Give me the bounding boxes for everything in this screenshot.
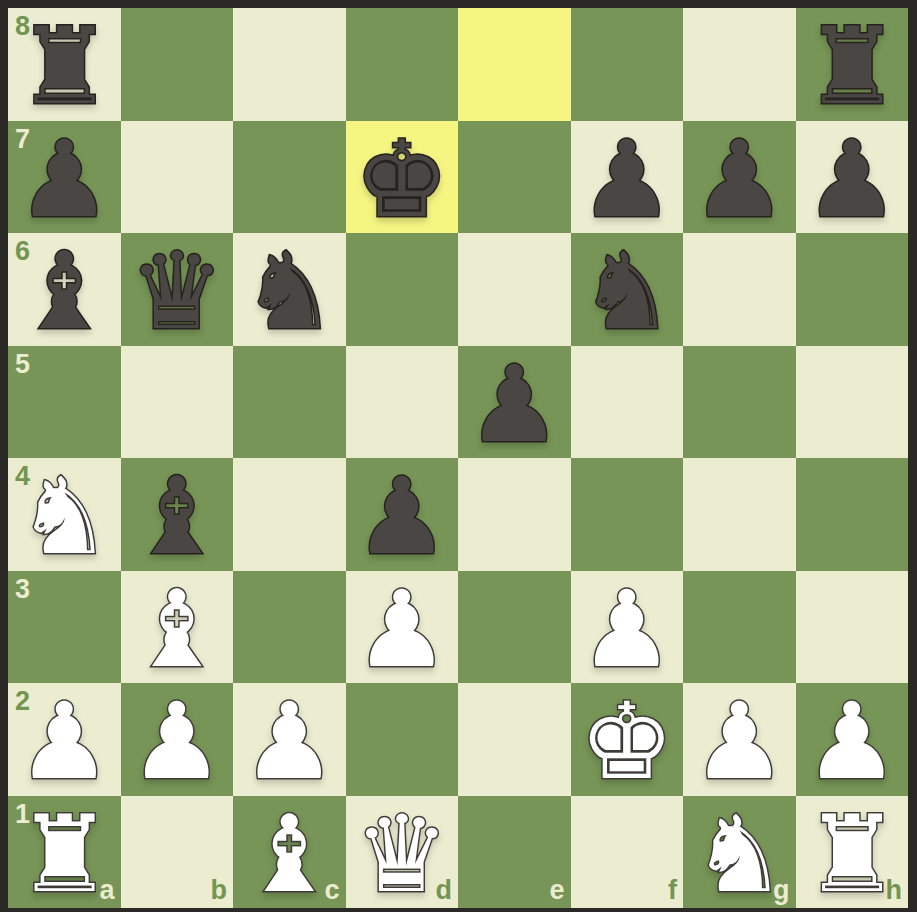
piece-white-pawn[interactable]: ♟ [17, 689, 112, 795]
square-g2[interactable]: ♟ [683, 683, 796, 796]
file-label-b: b [211, 877, 228, 904]
piece-black-rook[interactable]: ♜ [17, 14, 112, 120]
square-a1[interactable]: 1a♜ [8, 796, 121, 909]
square-h2[interactable]: ♟ [796, 683, 909, 796]
square-c4[interactable] [233, 458, 346, 571]
piece-black-bishop[interactable]: ♝ [17, 239, 112, 345]
square-g3[interactable] [683, 571, 796, 684]
piece-white-rook[interactable]: ♜ [804, 802, 899, 908]
square-h4[interactable] [796, 458, 909, 571]
piece-white-bishop[interactable]: ♝ [242, 802, 337, 908]
piece-white-pawn[interactable]: ♟ [242, 689, 337, 795]
square-b5[interactable] [121, 346, 234, 459]
square-d1[interactable]: d♛ [346, 796, 459, 909]
piece-black-pawn[interactable]: ♟ [354, 464, 449, 570]
piece-black-knight[interactable]: ♞ [242, 239, 337, 345]
piece-black-pawn[interactable]: ♟ [17, 127, 112, 233]
square-b8[interactable] [121, 8, 234, 121]
square-e3[interactable] [458, 571, 571, 684]
square-b7[interactable] [121, 121, 234, 234]
rank-label-3: 3 [15, 576, 30, 603]
square-f6[interactable]: ♞ [571, 233, 684, 346]
square-c7[interactable] [233, 121, 346, 234]
square-e7[interactable] [458, 121, 571, 234]
square-e4[interactable] [458, 458, 571, 571]
square-a5[interactable]: 5 [8, 346, 121, 459]
file-label-e: e [549, 877, 564, 904]
square-d3[interactable]: ♟ [346, 571, 459, 684]
square-c1[interactable]: c♝ [233, 796, 346, 909]
square-a2[interactable]: 2♟ [8, 683, 121, 796]
piece-white-king[interactable]: ♚ [579, 689, 674, 795]
rank-label-5: 5 [15, 351, 30, 378]
square-a7[interactable]: 7♟ [8, 121, 121, 234]
square-d2[interactable] [346, 683, 459, 796]
square-h1[interactable]: h♜ [796, 796, 909, 909]
square-a8[interactable]: 8♜ [8, 8, 121, 121]
square-c2[interactable]: ♟ [233, 683, 346, 796]
square-b6[interactable]: ♛ [121, 233, 234, 346]
piece-white-queen[interactable]: ♛ [354, 802, 449, 908]
square-f8[interactable] [571, 8, 684, 121]
square-f3[interactable]: ♟ [571, 571, 684, 684]
square-h5[interactable] [796, 346, 909, 459]
square-c3[interactable] [233, 571, 346, 684]
square-g5[interactable] [683, 346, 796, 459]
piece-black-pawn[interactable]: ♟ [579, 127, 674, 233]
piece-black-pawn[interactable]: ♟ [467, 352, 562, 458]
square-g7[interactable]: ♟ [683, 121, 796, 234]
square-g4[interactable] [683, 458, 796, 571]
square-d6[interactable] [346, 233, 459, 346]
square-f4[interactable] [571, 458, 684, 571]
square-e8[interactable] [458, 8, 571, 121]
square-a6[interactable]: 6♝ [8, 233, 121, 346]
square-d7[interactable]: ♚ [346, 121, 459, 234]
piece-black-bishop[interactable]: ♝ [129, 464, 224, 570]
square-b3[interactable]: ♝ [121, 571, 234, 684]
chess-board: 8♜♜7♟♚♟♟♟6♝♛♞♞5♟4♞♝♟3♝♟♟2♟♟♟♚♟♟1a♜bc♝d♛e… [8, 8, 908, 908]
piece-white-bishop[interactable]: ♝ [129, 577, 224, 683]
square-h6[interactable] [796, 233, 909, 346]
square-d5[interactable] [346, 346, 459, 459]
piece-black-rook[interactable]: ♜ [804, 14, 899, 120]
square-d8[interactable] [346, 8, 459, 121]
square-h8[interactable]: ♜ [796, 8, 909, 121]
square-b4[interactable]: ♝ [121, 458, 234, 571]
square-g6[interactable] [683, 233, 796, 346]
square-g8[interactable] [683, 8, 796, 121]
board-frame: 8♜♜7♟♚♟♟♟6♝♛♞♞5♟4♞♝♟3♝♟♟2♟♟♟♚♟♟1a♜bc♝d♛e… [0, 0, 917, 912]
square-e6[interactable] [458, 233, 571, 346]
square-h7[interactable]: ♟ [796, 121, 909, 234]
square-e1[interactable]: e [458, 796, 571, 909]
piece-white-rook[interactable]: ♜ [17, 802, 112, 908]
square-e5[interactable]: ♟ [458, 346, 571, 459]
square-g1[interactable]: g♞ [683, 796, 796, 909]
square-f7[interactable]: ♟ [571, 121, 684, 234]
square-f5[interactable] [571, 346, 684, 459]
square-f2[interactable]: ♚ [571, 683, 684, 796]
square-h3[interactable] [796, 571, 909, 684]
square-d4[interactable]: ♟ [346, 458, 459, 571]
square-c8[interactable] [233, 8, 346, 121]
square-e2[interactable] [458, 683, 571, 796]
piece-white-knight[interactable]: ♞ [692, 802, 787, 908]
piece-white-pawn[interactable]: ♟ [129, 689, 224, 795]
file-label-f: f [668, 877, 677, 904]
square-b1[interactable]: b [121, 796, 234, 909]
piece-black-pawn[interactable]: ♟ [804, 127, 899, 233]
piece-white-knight[interactable]: ♞ [17, 464, 112, 570]
square-c6[interactable]: ♞ [233, 233, 346, 346]
piece-black-queen[interactable]: ♛ [129, 239, 224, 345]
piece-white-pawn[interactable]: ♟ [804, 689, 899, 795]
piece-black-knight[interactable]: ♞ [579, 239, 674, 345]
square-b2[interactable]: ♟ [121, 683, 234, 796]
square-a3[interactable]: 3 [8, 571, 121, 684]
piece-black-king[interactable]: ♚ [354, 127, 449, 233]
square-c5[interactable] [233, 346, 346, 459]
piece-white-pawn[interactable]: ♟ [579, 577, 674, 683]
square-f1[interactable]: f [571, 796, 684, 909]
piece-white-pawn[interactable]: ♟ [692, 689, 787, 795]
square-a4[interactable]: 4♞ [8, 458, 121, 571]
piece-black-pawn[interactable]: ♟ [692, 127, 787, 233]
piece-white-pawn[interactable]: ♟ [354, 577, 449, 683]
